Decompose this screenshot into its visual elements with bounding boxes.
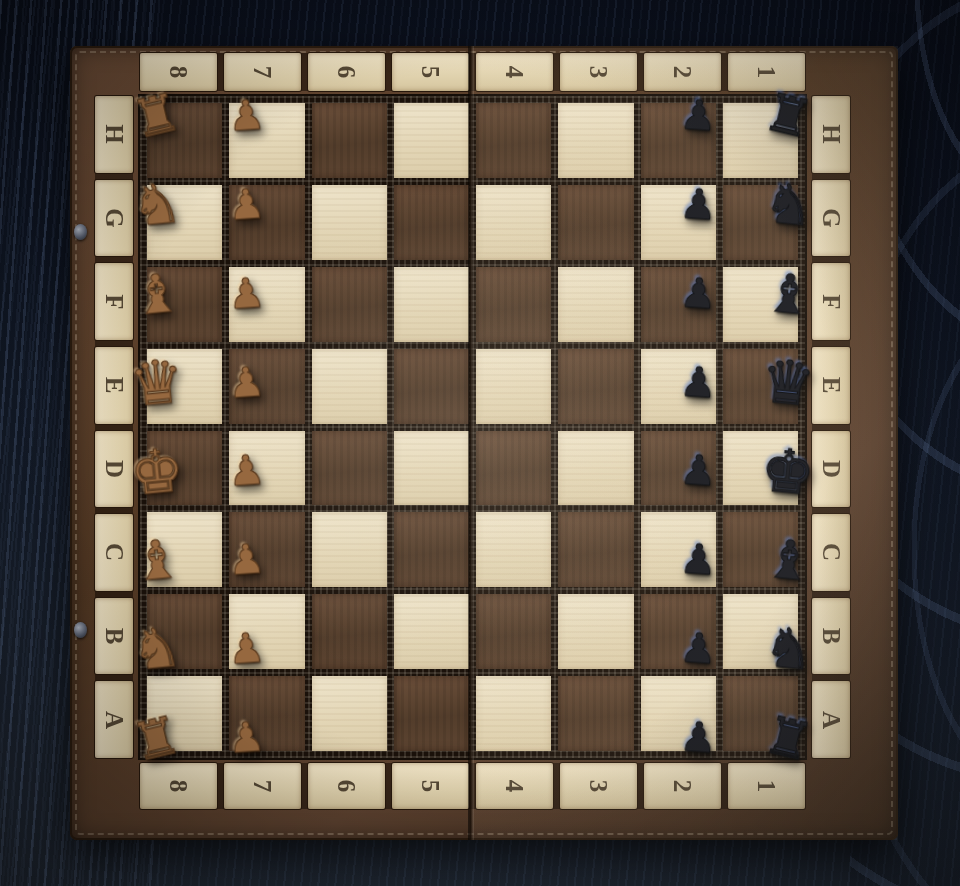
light-pawn-g7[interactable]: ♟ [227, 183, 267, 226]
coord-label: A [817, 711, 845, 729]
square-f2[interactable]: ♟ [641, 267, 716, 342]
rank-labels-top: 87654321 [140, 53, 805, 91]
square-d5[interactable] [394, 431, 469, 506]
coord-top-4: 4 [476, 53, 553, 91]
square-a5[interactable] [394, 676, 469, 751]
coord-label: 4 [501, 66, 529, 79]
dark-pawn-f2[interactable]: ♟ [678, 272, 718, 315]
file-labels-right: HGFEDCBA [812, 96, 850, 758]
square-h7[interactable]: ♟ [229, 103, 304, 178]
square-b2[interactable]: ♟ [641, 594, 716, 669]
square-h8[interactable]: ♜ [147, 103, 222, 178]
light-pawn-a7[interactable]: ♟ [227, 716, 267, 759]
square-g7[interactable]: ♟ [229, 185, 304, 260]
square-d3[interactable] [558, 431, 633, 506]
square-d6[interactable] [312, 431, 387, 506]
light-rook-a8[interactable]: ♜ [128, 707, 185, 768]
dark-rook-h1[interactable]: ♜ [760, 85, 817, 146]
light-knight-b8[interactable]: ♞ [129, 619, 183, 679]
square-f7[interactable]: ♟ [229, 267, 304, 342]
coord-label: D [817, 460, 845, 478]
dark-pawn-g2[interactable]: ♟ [678, 183, 718, 226]
square-h2[interactable]: ♟ [641, 103, 716, 178]
square-e2[interactable]: ♟ [641, 349, 716, 424]
coord-right-e: E [812, 347, 850, 424]
square-g8[interactable]: ♞ [147, 185, 222, 260]
file-labels-left: HGFEDCBA [95, 96, 133, 758]
dark-bishop-c1[interactable]: ♝ [762, 532, 814, 589]
coord-label: F [100, 294, 128, 309]
rank-labels-bottom: 87654321 [140, 763, 805, 809]
square-b8[interactable]: ♞ [147, 594, 222, 669]
coord-left-g: G [95, 180, 133, 257]
square-a8[interactable]: ♜ [147, 676, 222, 751]
square-c7[interactable]: ♟ [229, 512, 304, 587]
square-f5[interactable] [394, 267, 469, 342]
square-a1[interactable]: ♜ [723, 676, 798, 751]
coord-label: B [100, 628, 128, 645]
square-a7[interactable]: ♟ [229, 676, 304, 751]
square-c3[interactable] [558, 512, 633, 587]
light-bishop-f8[interactable]: ♝ [130, 265, 182, 322]
square-c1[interactable]: ♝ [723, 512, 798, 587]
coord-label: 1 [753, 66, 781, 79]
square-d7[interactable]: ♟ [229, 431, 304, 506]
square-e7[interactable]: ♟ [229, 349, 304, 424]
square-h1[interactable]: ♜ [723, 103, 798, 178]
square-f3[interactable] [558, 267, 633, 342]
coord-label: E [100, 377, 128, 394]
coord-label: C [817, 543, 845, 561]
light-pawn-f7[interactable]: ♟ [227, 272, 267, 315]
coord-right-c: C [812, 514, 850, 591]
light-king-d8[interactable]: ♚ [127, 439, 186, 504]
square-e1[interactable]: ♛ [723, 349, 798, 424]
coord-label: 7 [249, 66, 277, 79]
coord-label: 2 [669, 66, 697, 79]
coord-label: D [100, 460, 128, 478]
coord-label: B [817, 628, 845, 645]
coord-left-b: B [95, 598, 133, 675]
square-d2[interactable]: ♟ [641, 431, 716, 506]
coord-top-6: 6 [308, 53, 385, 91]
dark-pawn-h2[interactable]: ♟ [678, 94, 718, 137]
light-pawn-h7[interactable]: ♟ [227, 94, 267, 137]
square-b7[interactable]: ♟ [229, 594, 304, 669]
coord-right-g: G [812, 180, 850, 257]
chess-board: 87654321 87654321 HGFEDCBA HGFEDCBA ♜♟♟♜… [70, 46, 898, 840]
coord-label: 8 [165, 780, 193, 793]
light-rook-h8[interactable]: ♜ [128, 85, 185, 146]
light-pawn-e7[interactable]: ♟ [227, 361, 267, 404]
light-pawn-b7[interactable]: ♟ [227, 627, 267, 670]
coord-label: E [817, 377, 845, 394]
coord-label: 3 [585, 66, 613, 79]
square-f4[interactable] [476, 267, 551, 342]
square-a3[interactable] [558, 676, 633, 751]
coord-top-2: 2 [644, 53, 721, 91]
square-e5[interactable] [394, 349, 469, 424]
coord-label: F [817, 294, 845, 309]
dark-rook-a1[interactable]: ♜ [760, 707, 817, 768]
square-f6[interactable] [312, 267, 387, 342]
square-d1[interactable]: ♚ [723, 431, 798, 506]
coord-label: 4 [501, 780, 529, 793]
coord-right-b: B [812, 598, 850, 675]
clasp-icon [74, 224, 87, 240]
square-c6[interactable] [312, 512, 387, 587]
coord-bottom-3: 3 [560, 763, 637, 809]
dark-king-d1[interactable]: ♚ [759, 439, 818, 504]
square-g3[interactable] [558, 185, 633, 260]
square-g5[interactable] [394, 185, 469, 260]
square-g2[interactable]: ♟ [641, 185, 716, 260]
square-c2[interactable]: ♟ [641, 512, 716, 587]
coord-label: 2 [669, 780, 697, 793]
square-e4[interactable] [476, 349, 551, 424]
table-surface: 87654321 87654321 HGFEDCBA HGFEDCBA ♜♟♟♜… [0, 0, 960, 886]
square-a2[interactable]: ♟ [641, 676, 716, 751]
board-grid: ♜♟♟♜♞♟♟♞♝♟♟♝♛♟♟♛♚♟♟♚♝♟♟♝♞♟♟♞♜♟♟♜ [140, 96, 805, 758]
coord-label: 1 [753, 780, 781, 793]
light-queen-e8[interactable]: ♛ [127, 350, 186, 415]
coord-label: G [817, 208, 845, 227]
dark-pawn-a2[interactable]: ♟ [678, 716, 718, 759]
coord-label: 7 [249, 780, 277, 793]
square-h3[interactable] [558, 103, 633, 178]
square-d8[interactable]: ♚ [147, 431, 222, 506]
square-e8[interactable]: ♛ [147, 349, 222, 424]
square-g4[interactable] [476, 185, 551, 260]
square-h6[interactable] [312, 103, 387, 178]
dark-knight-g1[interactable]: ♞ [761, 175, 815, 235]
coord-top-7: 7 [224, 53, 301, 91]
coord-top-5: 5 [392, 53, 469, 91]
square-a6[interactable] [312, 676, 387, 751]
square-g1[interactable]: ♞ [723, 185, 798, 260]
coord-bottom-5: 5 [392, 763, 469, 809]
square-h4[interactable] [476, 103, 551, 178]
coord-label: 6 [333, 780, 361, 793]
light-pawn-d7[interactable]: ♟ [227, 450, 267, 493]
coord-label: A [100, 711, 128, 729]
coord-left-h: H [95, 96, 133, 173]
coord-bottom-7: 7 [224, 763, 301, 809]
square-b1[interactable]: ♞ [723, 594, 798, 669]
square-c8[interactable]: ♝ [147, 512, 222, 587]
coord-label: 5 [417, 66, 445, 79]
coord-top-3: 3 [560, 53, 637, 91]
square-a4[interactable] [476, 676, 551, 751]
square-e3[interactable] [558, 349, 633, 424]
dark-bishop-f1[interactable]: ♝ [762, 265, 814, 322]
square-c5[interactable] [394, 512, 469, 587]
clasp-icon [74, 622, 87, 638]
coord-bottom-4: 4 [476, 763, 553, 809]
coord-bottom-6: 6 [308, 763, 385, 809]
dark-pawn-b2[interactable]: ♟ [678, 627, 718, 670]
square-d4[interactable] [476, 431, 551, 506]
dark-pawn-c2[interactable]: ♟ [678, 539, 718, 582]
coord-label: 6 [333, 66, 361, 79]
square-b3[interactable] [558, 594, 633, 669]
coord-label: H [817, 125, 845, 144]
light-pawn-c7[interactable]: ♟ [227, 539, 267, 582]
coord-label: G [100, 208, 128, 227]
coord-right-a: A [812, 681, 850, 758]
square-b6[interactable] [312, 594, 387, 669]
square-b5[interactable] [394, 594, 469, 669]
square-g6[interactable] [312, 185, 387, 260]
square-f8[interactable]: ♝ [147, 267, 222, 342]
dark-queen-e1[interactable]: ♛ [759, 350, 818, 415]
coord-left-f: F [95, 263, 133, 340]
coord-right-h: H [812, 96, 850, 173]
coord-right-f: F [812, 263, 850, 340]
dark-pawn-e2[interactable]: ♟ [678, 361, 718, 404]
light-bishop-c8[interactable]: ♝ [130, 532, 182, 589]
square-c4[interactable] [476, 512, 551, 587]
square-f1[interactable]: ♝ [723, 267, 798, 342]
dark-knight-b1[interactable]: ♞ [761, 619, 815, 679]
coord-label: 5 [417, 780, 445, 793]
dark-pawn-d2[interactable]: ♟ [678, 450, 718, 493]
coord-label: H [100, 125, 128, 144]
coord-bottom-2: 2 [644, 763, 721, 809]
square-e6[interactable] [312, 349, 387, 424]
coord-label: 3 [585, 780, 613, 793]
coord-label: C [100, 543, 128, 561]
coord-left-c: C [95, 514, 133, 591]
square-h5[interactable] [394, 103, 469, 178]
square-b4[interactable] [476, 594, 551, 669]
coord-label: 8 [165, 66, 193, 79]
light-knight-g8[interactable]: ♞ [129, 175, 183, 235]
